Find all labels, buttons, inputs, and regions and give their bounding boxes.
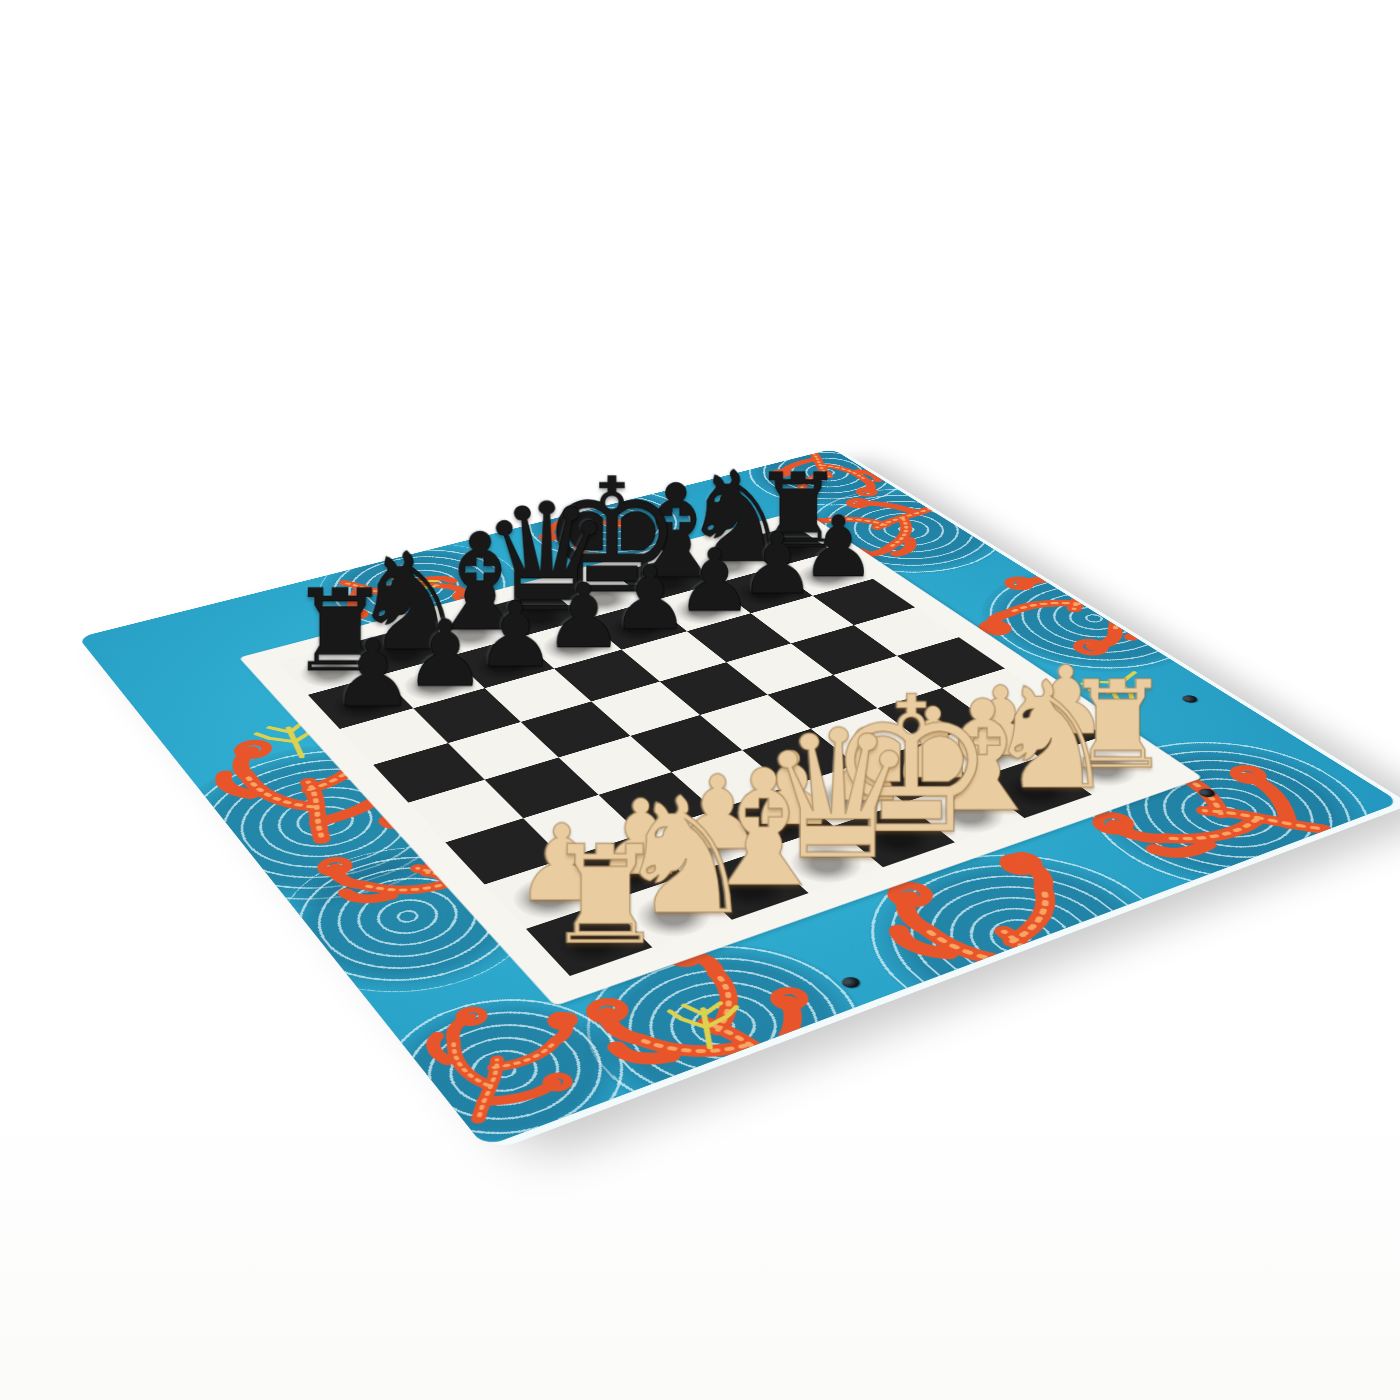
black-pawn-glyph: ♟ <box>331 630 414 718</box>
pieces-layer: ♜♞♝♛♚♝♞♜♟♟♟♟♟♟♟♟♟♟♟♟♟♟♟♟♜♞♝♛♚♝♞♜ <box>78 449 1400 1147</box>
piece-white-rook-a1[interactable]: ♜ <box>526 902 652 976</box>
photo-background: ♜♞♝♛♚♝♞♜♟♟♟♟♟♟♟♟♟♟♟♟♟♟♟♟♜♞♝♛♚♝♞♜ <box>0 0 1400 1400</box>
chess-board[interactable]: ♜♞♝♛♚♝♞♜♟♟♟♟♟♟♟♟♟♟♟♟♟♟♟♟♜♞♝♛♚♝♞♜ <box>78 449 1400 1147</box>
white-rook-glyph: ♜ <box>544 831 666 960</box>
